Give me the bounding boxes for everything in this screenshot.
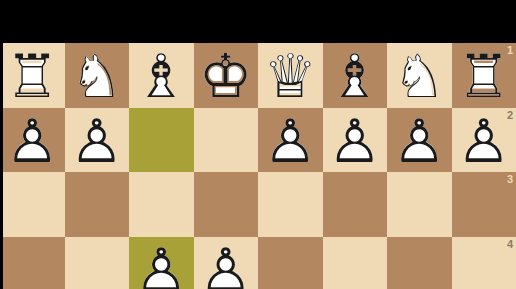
rank-label-2: 2: [507, 109, 513, 121]
letterbox-top-bar: [0, 0, 516, 43]
square-g1[interactable]: ♞♘: [65, 43, 130, 108]
square-f1[interactable]: ♝♗: [129, 43, 194, 108]
white-knight-piece[interactable]: ♞♘: [387, 43, 452, 108]
white-knight-glyph-outline: ♘: [65, 43, 130, 108]
white-pawn-piece[interactable]: ♟♙: [129, 237, 194, 289]
square-h1[interactable]: ♜♖: [0, 43, 65, 108]
square-h4[interactable]: [0, 237, 65, 289]
square-a2[interactable]: ♟♙2: [452, 108, 516, 173]
white-pawn-piece[interactable]: ♟♙: [65, 108, 130, 173]
square-g2[interactable]: ♟♙: [65, 108, 130, 173]
square-c1[interactable]: ♝♗: [323, 43, 388, 108]
white-pawn-glyph-outline: ♙: [194, 237, 259, 289]
square-e4[interactable]: ♟♙: [194, 237, 259, 289]
square-d2[interactable]: ♟♙: [258, 108, 323, 173]
square-d4[interactable]: [258, 237, 323, 289]
white-bishop-glyph-outline: ♗: [129, 43, 194, 108]
square-f2[interactable]: [129, 108, 194, 173]
white-knight-piece[interactable]: ♞♘: [65, 43, 130, 108]
square-d1[interactable]: ♛♕: [258, 43, 323, 108]
square-f4[interactable]: ♟♙: [129, 237, 194, 289]
white-pawn-glyph-outline: ♙: [65, 108, 130, 173]
square-b2[interactable]: ♟♙: [387, 108, 452, 173]
square-b3[interactable]: [387, 172, 452, 237]
white-pawn-glyph-outline: ♙: [0, 108, 65, 173]
white-pawn-piece[interactable]: ♟♙: [258, 108, 323, 173]
square-c4[interactable]: [323, 237, 388, 289]
white-queen-glyph-outline: ♕: [258, 43, 323, 108]
rank-label-3: 3: [507, 173, 513, 185]
chess-board: ♜♖♞♘♝♗♚♔♛♕♝♗♞♘♜♖1♟♙♟♙♟♙♟♙♟♙♟♙23♟♙♟♙4: [0, 43, 516, 289]
square-c2[interactable]: ♟♙: [323, 108, 388, 173]
white-rook-piece[interactable]: ♜♖: [0, 43, 65, 108]
white-knight-glyph-outline: ♘: [387, 43, 452, 108]
square-g4[interactable]: [65, 237, 130, 289]
white-king-piece[interactable]: ♚♔: [194, 43, 259, 108]
white-pawn-glyph-outline: ♙: [387, 108, 452, 173]
square-b1[interactable]: ♞♘: [387, 43, 452, 108]
square-c3[interactable]: [323, 172, 388, 237]
square-e1[interactable]: ♚♔: [194, 43, 259, 108]
square-h2[interactable]: ♟♙: [0, 108, 65, 173]
white-pawn-glyph-outline: ♙: [129, 237, 194, 289]
square-a3[interactable]: 3: [452, 172, 516, 237]
square-d3[interactable]: [258, 172, 323, 237]
square-h3[interactable]: [0, 172, 65, 237]
white-rook-glyph-outline: ♖: [0, 43, 65, 108]
rank-label-4: 4: [507, 238, 513, 250]
white-pawn-glyph-outline: ♙: [258, 108, 323, 173]
square-e3[interactable]: [194, 172, 259, 237]
white-pawn-piece[interactable]: ♟♙: [323, 108, 388, 173]
white-pawn-glyph-outline: ♙: [323, 108, 388, 173]
square-g3[interactable]: [65, 172, 130, 237]
rank-label-1: 1: [507, 44, 513, 56]
square-a1[interactable]: ♜♖1: [452, 43, 516, 108]
white-pawn-piece[interactable]: ♟♙: [0, 108, 65, 173]
square-a4[interactable]: 4: [452, 237, 516, 289]
white-bishop-piece[interactable]: ♝♗: [323, 43, 388, 108]
white-queen-piece[interactable]: ♛♕: [258, 43, 323, 108]
white-pawn-piece[interactable]: ♟♙: [387, 108, 452, 173]
square-b4[interactable]: [387, 237, 452, 289]
letterbox-left-strip: [0, 0, 3, 289]
white-king-glyph-outline: ♔: [194, 43, 259, 108]
square-f3[interactable]: [129, 172, 194, 237]
white-bishop-glyph-outline: ♗: [323, 43, 388, 108]
white-bishop-piece[interactable]: ♝♗: [129, 43, 194, 108]
square-e2[interactable]: [194, 108, 259, 173]
white-pawn-piece[interactable]: ♟♙: [194, 237, 259, 289]
